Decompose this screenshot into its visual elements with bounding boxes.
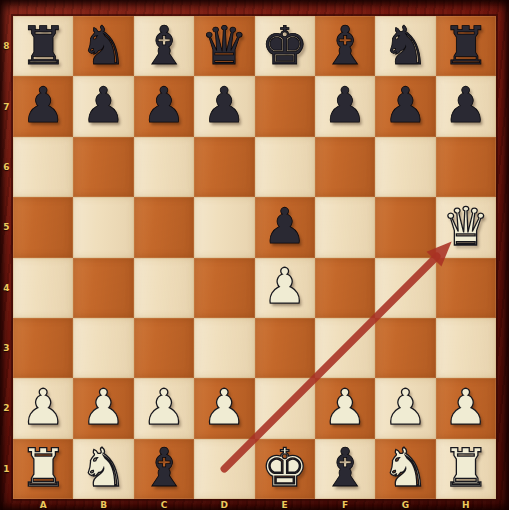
square-d1[interactable] bbox=[194, 439, 254, 499]
piece-white-pawn[interactable]: ♟ bbox=[202, 383, 246, 432]
square-g5[interactable] bbox=[375, 197, 435, 257]
square-b4[interactable] bbox=[73, 258, 133, 318]
square-g8[interactable]: ♞ bbox=[375, 16, 435, 76]
square-f8[interactable]: ♝ bbox=[315, 16, 375, 76]
square-b3[interactable] bbox=[73, 318, 133, 378]
square-a3[interactable] bbox=[13, 318, 73, 378]
square-c8[interactable]: ♝ bbox=[134, 16, 194, 76]
piece-white-knight[interactable]: ♞ bbox=[80, 441, 128, 494]
file-label-G: G bbox=[375, 499, 435, 510]
square-f2[interactable]: ♟ bbox=[315, 378, 375, 438]
square-g3[interactable] bbox=[375, 318, 435, 378]
piece-white-pawn[interactable]: ♟ bbox=[383, 383, 427, 432]
piece-black-pawn[interactable]: ♟ bbox=[383, 81, 427, 130]
square-c4[interactable] bbox=[134, 258, 194, 318]
square-b8[interactable]: ♞ bbox=[73, 16, 133, 76]
piece-black-bishop[interactable]: ♝ bbox=[140, 19, 188, 72]
square-c3[interactable] bbox=[134, 318, 194, 378]
square-b6[interactable] bbox=[73, 137, 133, 197]
piece-white-pawn[interactable]: ♟ bbox=[323, 383, 367, 432]
square-f5[interactable] bbox=[315, 197, 375, 257]
file-label-E: E bbox=[255, 499, 315, 510]
square-e5[interactable]: ♟ bbox=[255, 197, 315, 257]
file-label-F: F bbox=[315, 499, 375, 510]
square-a8[interactable]: ♜ bbox=[13, 16, 73, 76]
square-d4[interactable] bbox=[194, 258, 254, 318]
piece-white-bishop[interactable]: ♝ bbox=[321, 441, 369, 494]
piece-white-pawn[interactable]: ♟ bbox=[263, 262, 307, 311]
piece-black-pawn[interactable]: ♟ bbox=[21, 81, 65, 130]
square-h2[interactable]: ♟ bbox=[436, 378, 496, 438]
piece-black-pawn[interactable]: ♟ bbox=[323, 81, 367, 130]
rank-label-3: 3 bbox=[0, 318, 13, 378]
square-a6[interactable] bbox=[13, 137, 73, 197]
square-c7[interactable]: ♟ bbox=[134, 76, 194, 136]
square-c1[interactable]: ♝ bbox=[134, 439, 194, 499]
square-d3[interactable] bbox=[194, 318, 254, 378]
square-a7[interactable]: ♟ bbox=[13, 76, 73, 136]
square-b1[interactable]: ♞ bbox=[73, 439, 133, 499]
piece-black-king[interactable]: ♚ bbox=[261, 19, 309, 72]
square-f3[interactable] bbox=[315, 318, 375, 378]
rank-label-5: 5 bbox=[0, 197, 13, 257]
piece-white-pawn[interactable]: ♟ bbox=[21, 383, 65, 432]
square-a1[interactable]: ♜ bbox=[13, 439, 73, 499]
rank-label-8: 8 bbox=[0, 16, 13, 76]
square-h6[interactable] bbox=[436, 137, 496, 197]
piece-black-rook[interactable]: ♜ bbox=[442, 19, 490, 72]
square-d5[interactable] bbox=[194, 197, 254, 257]
square-f6[interactable] bbox=[315, 137, 375, 197]
file-label-B: B bbox=[73, 499, 133, 510]
square-b2[interactable]: ♟ bbox=[73, 378, 133, 438]
square-d8[interactable]: ♛ bbox=[194, 16, 254, 76]
piece-black-pawn[interactable]: ♟ bbox=[82, 81, 126, 130]
piece-white-rook[interactable]: ♜ bbox=[19, 441, 67, 494]
square-d7[interactable]: ♟ bbox=[194, 76, 254, 136]
piece-white-rook[interactable]: ♜ bbox=[442, 441, 490, 494]
rank-label-2: 2 bbox=[0, 378, 13, 438]
square-e4[interactable]: ♟ bbox=[255, 258, 315, 318]
square-e8[interactable]: ♚ bbox=[255, 16, 315, 76]
file-label-A: A bbox=[13, 499, 73, 510]
piece-black-bishop[interactable]: ♝ bbox=[321, 19, 369, 72]
square-c5[interactable] bbox=[134, 197, 194, 257]
square-g6[interactable] bbox=[375, 137, 435, 197]
square-h1[interactable]: ♜ bbox=[436, 439, 496, 499]
chess-board-frame: ♜♞♝♛♚♝♞♜♟♟♟♟♟♟♟♟♛♟♟♟♟♟♟♟♟♜♞♝♚♝♞♜ 8765432… bbox=[0, 0, 509, 510]
square-h7[interactable]: ♟ bbox=[436, 76, 496, 136]
file-label-D: D bbox=[194, 499, 254, 510]
square-a5[interactable] bbox=[13, 197, 73, 257]
rank-label-7: 7 bbox=[0, 76, 13, 136]
piece-white-pawn[interactable]: ♟ bbox=[444, 383, 488, 432]
square-f4[interactable] bbox=[315, 258, 375, 318]
square-g7[interactable]: ♟ bbox=[375, 76, 435, 136]
square-d6[interactable] bbox=[194, 137, 254, 197]
piece-white-knight[interactable]: ♞ bbox=[382, 441, 430, 494]
piece-black-pawn[interactable]: ♟ bbox=[202, 81, 246, 130]
piece-black-pawn[interactable]: ♟ bbox=[444, 81, 488, 130]
square-h4[interactable] bbox=[436, 258, 496, 318]
rank-label-6: 6 bbox=[0, 137, 13, 197]
piece-black-pawn[interactable]: ♟ bbox=[263, 202, 307, 251]
piece-white-king[interactable]: ♚ bbox=[261, 441, 309, 494]
piece-black-rook[interactable]: ♜ bbox=[19, 19, 67, 72]
piece-white-queen[interactable]: ♛ bbox=[442, 200, 490, 253]
square-a2[interactable]: ♟ bbox=[13, 378, 73, 438]
square-c6[interactable] bbox=[134, 137, 194, 197]
square-g4[interactable] bbox=[375, 258, 435, 318]
square-b5[interactable] bbox=[73, 197, 133, 257]
rank-label-1: 1 bbox=[0, 439, 13, 499]
piece-white-pawn[interactable]: ♟ bbox=[142, 383, 186, 432]
square-h3[interactable] bbox=[436, 318, 496, 378]
square-e1[interactable]: ♚ bbox=[255, 439, 315, 499]
square-e6[interactable] bbox=[255, 137, 315, 197]
square-b7[interactable]: ♟ bbox=[73, 76, 133, 136]
piece-white-bishop[interactable]: ♝ bbox=[140, 441, 188, 494]
square-g2[interactable]: ♟ bbox=[375, 378, 435, 438]
rank-label-4: 4 bbox=[0, 258, 13, 318]
chess-board: ♜♞♝♛♚♝♞♜♟♟♟♟♟♟♟♟♛♟♟♟♟♟♟♟♟♜♞♝♚♝♞♜ bbox=[13, 16, 496, 499]
file-label-H: H bbox=[436, 499, 496, 510]
square-h8[interactable]: ♜ bbox=[436, 16, 496, 76]
square-h5[interactable]: ♛ bbox=[436, 197, 496, 257]
square-g1[interactable]: ♞ bbox=[375, 439, 435, 499]
piece-black-knight[interactable]: ♞ bbox=[382, 19, 430, 72]
square-f7[interactable]: ♟ bbox=[315, 76, 375, 136]
square-a4[interactable] bbox=[13, 258, 73, 318]
square-e7[interactable] bbox=[255, 76, 315, 136]
file-label-C: C bbox=[134, 499, 194, 510]
square-f1[interactable]: ♝ bbox=[315, 439, 375, 499]
piece-black-pawn[interactable]: ♟ bbox=[142, 81, 186, 130]
piece-white-pawn[interactable]: ♟ bbox=[82, 383, 126, 432]
square-c2[interactable]: ♟ bbox=[134, 378, 194, 438]
piece-black-queen[interactable]: ♛ bbox=[201, 19, 249, 72]
square-e2[interactable] bbox=[255, 378, 315, 438]
piece-black-knight[interactable]: ♞ bbox=[80, 19, 128, 72]
square-e3[interactable] bbox=[255, 318, 315, 378]
square-d2[interactable]: ♟ bbox=[194, 378, 254, 438]
